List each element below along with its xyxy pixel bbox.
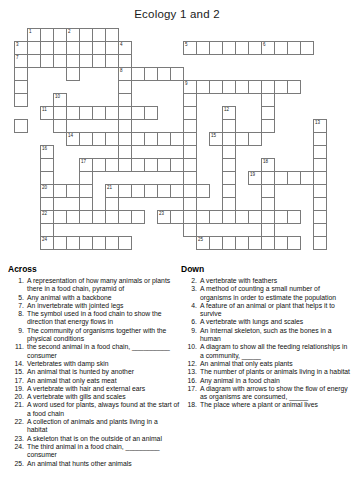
grid-cell[interactable]	[53, 28, 67, 42]
grid-cell[interactable]	[131, 210, 145, 224]
grid-cell[interactable]: 14	[66, 132, 80, 146]
across-clue: 20.A vertebrate with gills and scales	[8, 393, 180, 401]
clue-text: the second animal in a food chain, _____…	[27, 343, 180, 360]
grid-cell[interactable]	[313, 132, 327, 146]
grid-cell[interactable]	[183, 197, 197, 211]
clue-number: 19.	[8, 385, 27, 393]
grid-cell[interactable]	[261, 106, 275, 120]
grid-cell[interactable]	[131, 132, 145, 146]
grid-cell[interactable]	[118, 106, 132, 120]
cell-number: 3	[16, 42, 19, 47]
grid-cell[interactable]: 22	[40, 210, 54, 224]
grid-cell[interactable]: 16	[40, 145, 54, 159]
grid-cell[interactable]	[105, 197, 119, 211]
grid-cell[interactable]	[53, 119, 67, 133]
cell-number: 16	[42, 146, 47, 151]
clue-number: 14.	[8, 360, 27, 368]
grid-cell[interactable]	[170, 158, 184, 172]
grid-cell[interactable]	[313, 158, 327, 172]
grid-cell[interactable]	[40, 171, 54, 185]
grid-cell[interactable]	[14, 119, 28, 133]
grid-cell[interactable]	[79, 236, 93, 250]
grid-cell[interactable]	[118, 158, 132, 172]
grid-cell[interactable]	[79, 54, 93, 68]
clue-text: Vertebrates with damp skin	[27, 360, 180, 368]
grid-cell[interactable]	[209, 41, 223, 55]
grid-cell[interactable]	[66, 184, 80, 198]
clue-number: 5.	[8, 294, 27, 302]
grid-cell[interactable]	[261, 80, 275, 94]
clue-number: 17.	[181, 385, 200, 402]
grid-cell[interactable]	[79, 106, 93, 120]
cell-number: 15	[211, 133, 216, 138]
grid-cell[interactable]: 12	[222, 106, 236, 120]
grid-cell[interactable]	[157, 158, 171, 172]
cell-number: 21	[107, 185, 112, 190]
grid-cell[interactable]	[105, 41, 119, 55]
grid-cell[interactable]	[40, 223, 54, 237]
grid-cell[interactable]	[157, 184, 171, 198]
grid-cell[interactable]	[157, 132, 171, 146]
grid-cell[interactable]	[66, 67, 80, 81]
down-clue: 18.The place where a plant or animal liv…	[181, 401, 351, 409]
cell-number: 17	[81, 159, 86, 164]
down-clue: 2.A vertebrate with feathers	[181, 277, 351, 285]
grid-cell[interactable]	[222, 171, 236, 185]
cell-number: 9	[185, 81, 188, 86]
clue-text: A collection of animals and plants livin…	[27, 418, 180, 435]
clue-number: 10.	[181, 343, 200, 360]
down-clue: 13.The number of plants or animals livin…	[181, 368, 351, 376]
grid-cell[interactable]	[261, 223, 275, 237]
grid-cell[interactable]	[196, 210, 210, 224]
clue-text: A method of counting a small number of o…	[200, 285, 351, 302]
crossword-grid: 1234567891011121314151617181920212223242…	[14, 28, 328, 251]
grid-cell[interactable]	[92, 210, 106, 224]
cell-number: 7	[16, 55, 19, 60]
clue-text: A diagram with arrows to show the flow o…	[200, 385, 351, 402]
grid-cell[interactable]	[248, 132, 262, 146]
grid-cell[interactable]	[222, 210, 236, 224]
grid-cell[interactable]	[118, 236, 132, 250]
grid-cell[interactable]: 3	[14, 41, 28, 55]
grid-cell[interactable]	[118, 184, 132, 198]
grid-cell[interactable]: 15	[209, 132, 223, 146]
grid-cell[interactable]	[53, 54, 67, 68]
across-clue-list: 1.A representation of how many animals o…	[8, 277, 180, 468]
grid-cell[interactable]	[170, 184, 184, 198]
grid-cell[interactable]	[79, 132, 93, 146]
clue-number: 9.	[8, 327, 27, 344]
grid-cell[interactable]	[66, 210, 80, 224]
grid-cell[interactable]: 23	[157, 210, 171, 224]
grid-cell[interactable]	[287, 236, 301, 250]
grid-cell[interactable]	[53, 184, 67, 198]
grid-cell[interactable]	[261, 197, 275, 211]
grid-cell[interactable]	[313, 210, 327, 224]
grid-cell[interactable]: 2	[66, 28, 80, 42]
grid-cell[interactable]	[261, 93, 275, 107]
grid-cell[interactable]: 6	[261, 41, 275, 55]
across-clue: 17.An animal that only eats meat	[8, 377, 180, 385]
cell-number: 18	[263, 159, 268, 164]
grid-cell[interactable]	[209, 80, 223, 94]
clue-number: 3.	[181, 285, 200, 302]
clue-number: 6.	[181, 318, 200, 326]
grid-cell[interactable]	[261, 236, 275, 250]
down-clue: 16.Any animal in a food chain	[181, 377, 351, 385]
clue-text: A vertebrate with gills and scales	[27, 393, 180, 401]
down-clue: 3.A method of counting a small number of…	[181, 285, 351, 302]
grid-cell[interactable]	[209, 210, 223, 224]
grid-cell[interactable]	[274, 236, 288, 250]
clue-text: An animal that only eats plants	[200, 360, 351, 368]
grid-cell[interactable]: 4	[118, 41, 132, 55]
clue-number: 1.	[8, 277, 27, 294]
grid-cell[interactable]	[313, 223, 327, 237]
grid-cell[interactable]	[313, 171, 327, 185]
grid-cell[interactable]	[222, 158, 236, 172]
clue-number: 11.	[8, 343, 27, 360]
cell-number: 10	[55, 94, 60, 99]
grid-cell[interactable]: 9	[183, 80, 197, 94]
grid-cell[interactable]	[183, 223, 197, 237]
cell-number: 11	[42, 107, 47, 112]
down-clue: 17.A diagram with arrows to show the flo…	[181, 385, 351, 402]
grid-cell[interactable]	[222, 236, 236, 250]
clue-text: A vertebrate with feathers	[200, 277, 351, 285]
grid-cell[interactable]	[235, 210, 249, 224]
down-clue: 9.An internal skeleton, such as the bone…	[181, 327, 351, 344]
grid-cell[interactable]	[274, 171, 288, 185]
grid-cell[interactable]	[170, 67, 184, 81]
across-clue: 11.the second animal in a food chain, __…	[8, 343, 180, 360]
grid-cell[interactable]: 17	[79, 158, 93, 172]
across-clue: 23.A skeleton that is on the outside of …	[8, 435, 180, 443]
clue-text: The community of organisms together with…	[27, 327, 180, 344]
grid-cell[interactable]: 5	[183, 41, 197, 55]
clue-number: 13.	[181, 368, 200, 376]
grid-cell[interactable]	[105, 132, 119, 146]
grid-cell[interactable]	[209, 236, 223, 250]
grid-cell[interactable]	[248, 236, 262, 250]
grid-cell[interactable]	[222, 80, 236, 94]
grid-cell[interactable]	[222, 145, 236, 159]
grid-cell[interactable]	[118, 119, 132, 133]
across-header: Across	[8, 264, 180, 274]
grid-cell[interactable]	[66, 54, 80, 68]
grid-cell[interactable]	[79, 210, 93, 224]
clue-number: 7.	[8, 302, 27, 310]
across-clue: 7.An invertebrate with jointed legs	[8, 302, 180, 310]
cell-number: 20	[42, 185, 47, 190]
across-clue: 14.Vertebrates with damp skin	[8, 360, 180, 368]
grid-cell[interactable]	[144, 132, 158, 146]
clue-text: An animal that is hunted by another	[27, 368, 180, 376]
clue-text: The third animal in a food chain, ______…	[27, 443, 180, 460]
grid-cell[interactable]	[222, 119, 236, 133]
grid-cell[interactable]	[14, 67, 28, 81]
clue-text: A vertebrate with lungs and scales	[200, 318, 351, 326]
grid-cell[interactable]	[235, 236, 249, 250]
grid-cell[interactable]	[131, 67, 145, 81]
grid-cell[interactable]	[183, 210, 197, 224]
grid-cell[interactable]	[105, 106, 119, 120]
grid-cell[interactable]	[222, 184, 236, 198]
grid-cell[interactable]	[79, 197, 93, 211]
grid-cell[interactable]	[170, 132, 184, 146]
grid-cell[interactable]	[105, 236, 119, 250]
cell-number: 8	[120, 68, 123, 73]
grid-cell[interactable]	[261, 119, 275, 133]
grid-cell[interactable]	[92, 236, 106, 250]
grid-cell[interactable]	[287, 171, 301, 185]
grid-cell[interactable]: 8	[118, 67, 132, 81]
grid-cell[interactable]	[131, 106, 145, 120]
grid-cell[interactable]	[40, 54, 54, 68]
grid-cell[interactable]	[183, 93, 197, 107]
grid-cell[interactable]: 24	[40, 236, 54, 250]
across-clue: 15.An animal that is hunted by another	[8, 368, 180, 376]
grid-cell[interactable]	[300, 171, 314, 185]
down-clue: 12.An animal that only eats plants	[181, 360, 351, 368]
grid-cell[interactable]: 13	[313, 119, 327, 133]
grid-cell[interactable]	[14, 80, 28, 94]
grid-cell[interactable]	[105, 28, 119, 42]
grid-cell[interactable]	[92, 158, 106, 172]
down-clue: 6.A vertebrate with lungs and scales	[181, 318, 351, 326]
clue-text: A feature of an animal or plant that hel…	[200, 302, 351, 319]
down-clue: 4.A feature of an animal or plant that h…	[181, 302, 351, 319]
grid-cell[interactable]	[157, 67, 171, 81]
across-clue: 1.A representation of how many animals o…	[8, 277, 180, 294]
grid-cell[interactable]	[261, 184, 275, 198]
clue-text: The place where a plant or animal lives	[200, 401, 351, 409]
grid-cell[interactable]	[287, 80, 301, 94]
grid-cell[interactable]	[53, 210, 67, 224]
across-clue: 8.The symbol used in a food chain to sho…	[8, 310, 180, 327]
clue-text: An invertebrate with jointed legs	[27, 302, 180, 310]
clue-number: 21.	[8, 401, 27, 418]
grid-cell[interactable]	[235, 41, 249, 55]
grid-cell[interactable]	[287, 210, 301, 224]
grid-cell[interactable]	[27, 54, 41, 68]
grid-cell[interactable]	[53, 41, 67, 55]
cell-number: 4	[120, 42, 123, 47]
grid-cell[interactable]	[248, 80, 262, 94]
grid-cell[interactable]	[313, 184, 327, 198]
grid-cell[interactable]: 19	[248, 171, 262, 185]
grid-cell[interactable]	[144, 106, 158, 120]
across-clues-section: Across 1.A representation of how many an…	[8, 264, 180, 468]
grid-cell[interactable]	[92, 132, 106, 146]
clue-number: 24.	[8, 443, 27, 460]
grid-cell[interactable]	[313, 197, 327, 211]
grid-cell[interactable]	[53, 236, 67, 250]
cell-number: 25	[198, 237, 203, 242]
grid-cell[interactable]	[248, 41, 262, 55]
page-title: Ecology 1 and 2	[0, 8, 354, 20]
clue-text: Any animal with a backbone	[27, 294, 180, 302]
clue-number: 15.	[8, 368, 27, 376]
grid-cell[interactable]	[313, 145, 327, 159]
grid-cell[interactable]	[261, 171, 275, 185]
grid-cell[interactable]	[248, 210, 262, 224]
grid-cell[interactable]	[14, 93, 28, 107]
grid-cell[interactable]	[222, 41, 236, 55]
grid-cell[interactable]	[183, 184, 197, 198]
grid-cell[interactable]	[235, 80, 249, 94]
clue-text: Any animal in a food chain	[200, 377, 351, 385]
grid-cell[interactable]	[235, 132, 249, 146]
grid-cell[interactable]	[105, 210, 119, 224]
clue-text: A skeleton that is on the outside of an …	[27, 435, 180, 443]
grid-cell[interactable]	[144, 67, 158, 81]
across-clue: 9.The community of organisms together wi…	[8, 327, 180, 344]
cell-number: 23	[159, 211, 164, 216]
grid-cell[interactable]: 25	[196, 236, 210, 250]
grid-cell[interactable]	[66, 106, 80, 120]
grid-cell[interactable]	[40, 41, 54, 55]
grid-cell[interactable]	[274, 80, 288, 94]
grid-cell[interactable]	[118, 132, 132, 146]
cell-number: 2	[68, 29, 71, 34]
grid-cell[interactable]	[222, 197, 236, 211]
cell-number: 19	[250, 172, 255, 177]
grid-cell[interactable]	[118, 145, 132, 159]
grid-cell[interactable]	[196, 41, 210, 55]
across-clue: 22.A collection of animals and plants li…	[8, 418, 180, 435]
grid-cell[interactable]	[183, 145, 197, 159]
clue-text: A vertebrate with hair and external ears	[27, 385, 180, 393]
across-clue: 19.A vertebrate with hair and external e…	[8, 385, 180, 393]
grid-cell[interactable]	[196, 80, 210, 94]
grid-cell[interactable]	[274, 41, 288, 55]
grid-cell[interactable]	[261, 210, 275, 224]
grid-cell[interactable]	[40, 28, 54, 42]
down-clue-list: 2.A vertebrate with feathers3.A method o…	[181, 277, 351, 410]
grid-cell[interactable]	[131, 184, 145, 198]
clue-number: 20.	[8, 393, 27, 401]
clue-text: The symbol used in a food chain to show …	[27, 310, 180, 327]
clue-number: 8.	[8, 310, 27, 327]
across-clue: 25.An animal that hunts other animals	[8, 460, 180, 468]
grid-cell[interactable]	[313, 236, 327, 250]
grid-cell[interactable]	[92, 106, 106, 120]
clue-number: 22.	[8, 418, 27, 435]
grid-cell[interactable]	[144, 158, 158, 172]
grid-cell[interactable]: 18	[261, 158, 275, 172]
across-clue: 5.Any animal with a backbone	[8, 294, 180, 302]
clue-text: A word used for plants, always found at …	[27, 401, 180, 418]
grid-cell[interactable]	[79, 28, 93, 42]
cell-number: 12	[224, 107, 229, 112]
grid-cell[interactable]	[183, 158, 197, 172]
grid-cell[interactable]	[118, 54, 132, 68]
grid-cell[interactable]	[118, 210, 132, 224]
cell-number: 1	[29, 29, 32, 34]
grid-cell[interactable]	[118, 80, 132, 94]
grid-cell[interactable]	[92, 54, 106, 68]
grid-cell[interactable]	[105, 158, 119, 172]
grid-cell[interactable]	[118, 93, 132, 107]
grid-cell[interactable]	[196, 184, 210, 198]
grid-cell[interactable]	[27, 41, 41, 55]
grid-cell[interactable]	[183, 119, 197, 133]
clue-number: 18.	[181, 401, 200, 409]
grid-cell[interactable]: 20	[40, 184, 54, 198]
clue-text: An animal that hunts other animals	[27, 460, 180, 468]
grid-cell[interactable]	[144, 184, 158, 198]
grid-cell[interactable]	[183, 171, 197, 185]
down-clue: 10.A diagram to show all the feeding rel…	[181, 343, 351, 360]
clue-number: 16.	[181, 377, 200, 385]
across-clue: 21.A word used for plants, always found …	[8, 401, 180, 418]
grid-cell[interactable]	[79, 184, 93, 198]
clue-number: 25.	[8, 460, 27, 468]
across-clue: 24.The third animal in a food chain, ___…	[8, 443, 180, 460]
grid-cell[interactable]	[287, 41, 301, 55]
clue-number: 9.	[181, 327, 200, 344]
down-clues-section: Down 2.A vertebrate with feathers3.A met…	[181, 264, 351, 410]
grid-cell[interactable]	[183, 132, 197, 146]
clue-text: A diagram to show all the feeding relati…	[200, 343, 351, 360]
grid-cell[interactable]	[53, 106, 67, 120]
clue-number: 12.	[181, 360, 200, 368]
clue-number: 2.	[181, 277, 200, 285]
grid-cell[interactable]	[105, 54, 119, 68]
cell-number: 5	[185, 42, 188, 47]
grid-cell[interactable]	[170, 210, 184, 224]
grid-cell[interactable]	[40, 197, 54, 211]
grid-cell[interactable]	[222, 132, 236, 146]
grid-cell[interactable]	[40, 158, 54, 172]
grid-cell[interactable]: 11	[40, 106, 54, 120]
clue-text: An internal skeleton, such as the bones …	[200, 327, 351, 344]
grid-cell[interactable]: 10	[53, 93, 67, 107]
grid-cell[interactable]: 1	[27, 28, 41, 42]
grid-cell[interactable]	[66, 41, 80, 55]
grid-cell[interactable]	[66, 236, 80, 250]
clue-number: 23.	[8, 435, 27, 443]
clue-number: 17.	[8, 377, 27, 385]
grid-cell[interactable]: 21	[105, 184, 119, 198]
down-header: Down	[181, 264, 351, 274]
grid-cell[interactable]	[79, 41, 93, 55]
cell-number: 6	[263, 42, 266, 47]
clue-text: The number of plants or animals living i…	[200, 368, 351, 376]
clue-number: 4.	[181, 302, 200, 319]
cell-number: 13	[315, 120, 320, 125]
grid-cell[interactable]	[274, 210, 288, 224]
grid-cell[interactable]	[92, 41, 106, 55]
cell-number: 24	[42, 237, 47, 242]
clue-text: An animal that only eats meat	[27, 377, 180, 385]
grid-cell[interactable]	[79, 171, 93, 185]
cell-number: 14	[68, 133, 73, 138]
grid-cell[interactable]	[131, 158, 145, 172]
clue-text: A representation of how many animals or …	[27, 277, 180, 294]
grid-cell[interactable]	[300, 41, 314, 55]
cell-number: 22	[42, 211, 47, 216]
grid-cell[interactable]	[183, 106, 197, 120]
grid-cell[interactable]: 7	[14, 54, 28, 68]
grid-cell[interactable]	[92, 28, 106, 42]
